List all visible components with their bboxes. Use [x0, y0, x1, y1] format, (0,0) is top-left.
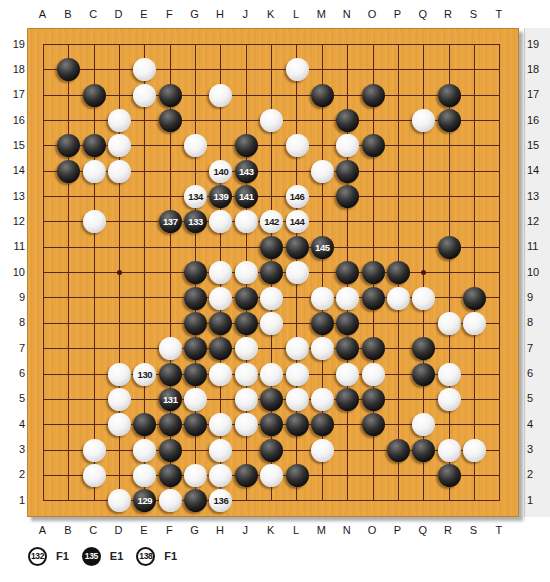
stone-black-M8	[311, 312, 334, 335]
stone-black-F6	[159, 363, 182, 386]
stone-white-S3	[463, 439, 486, 462]
column-label-bottom-H: H	[210, 522, 230, 538]
stone-black-G9	[184, 287, 207, 310]
stone-white-H3	[209, 439, 232, 462]
stone-white-F7	[159, 337, 182, 360]
row-label-left-12: 12	[1, 213, 25, 229]
row-label-right-10: 10	[527, 264, 550, 280]
row-label-right-13: 13	[527, 188, 550, 204]
column-label-bottom-E: E	[134, 522, 154, 538]
row-label-left-13: 13	[1, 188, 25, 204]
caption-coord-138: F1	[164, 550, 177, 562]
column-label-bottom-R: R	[438, 522, 458, 538]
stone-white-R8	[438, 312, 461, 335]
stone-black-G1	[184, 489, 207, 512]
stone-white-L15	[286, 134, 309, 157]
stone-black-K11	[260, 236, 283, 259]
stone-white-L12: 144	[286, 210, 309, 233]
stone-black-N14	[336, 160, 359, 183]
row-label-left-16: 16	[1, 112, 25, 128]
stone-white-N9	[336, 287, 359, 310]
column-label-bottom-B: B	[58, 522, 78, 538]
column-label-top-K: K	[261, 6, 281, 22]
caption-coord-132: F1	[56, 550, 69, 562]
stone-white-H17	[209, 84, 232, 107]
row-label-right-14: 14	[527, 162, 550, 178]
column-label-top-F: F	[159, 6, 179, 22]
column-label-bottom-K: K	[261, 522, 281, 538]
stone-black-J14: 143	[235, 160, 258, 183]
row-label-left-14: 14	[1, 162, 25, 178]
stone-white-E17	[133, 84, 156, 107]
row-label-right-7: 7	[527, 340, 550, 356]
column-label-top-O: O	[362, 6, 382, 22]
column-label-top-E: E	[134, 6, 154, 22]
stone-black-F17	[159, 84, 182, 107]
stone-white-K6	[260, 363, 283, 386]
row-label-left-18: 18	[1, 61, 25, 77]
stone-black-J8	[235, 312, 258, 335]
row-label-left-9: 9	[1, 289, 25, 305]
stone-white-E6: 130	[133, 363, 156, 386]
column-label-top-G: G	[185, 6, 205, 22]
caption-stone-135: 135	[82, 547, 101, 566]
row-label-left-3: 3	[1, 441, 25, 457]
column-label-top-D: D	[109, 6, 129, 22]
stone-white-J10	[235, 261, 258, 284]
stone-black-L11	[286, 236, 309, 259]
stone-white-J6	[235, 363, 258, 386]
stone-black-B14	[57, 160, 80, 183]
stone-white-L10	[286, 261, 309, 284]
stone-black-L4	[286, 413, 309, 436]
stone-white-H1: 136	[209, 489, 232, 512]
stone-white-G5	[184, 388, 207, 411]
stone-white-R3	[438, 439, 461, 462]
stone-black-O15	[362, 134, 385, 157]
stone-white-R5	[438, 388, 461, 411]
column-label-top-C: C	[83, 6, 103, 22]
go-board[interactable]: 1401431341391411461371331421441451301311…	[27, 28, 519, 517]
stone-white-C12	[83, 210, 106, 233]
stone-white-D1	[108, 489, 131, 512]
column-label-bottom-C: C	[83, 522, 103, 538]
column-label-bottom-N: N	[337, 522, 357, 538]
column-label-bottom-J: J	[235, 522, 255, 538]
row-label-left-7: 7	[1, 340, 25, 356]
column-label-top-J: J	[235, 6, 255, 22]
column-label-bottom-F: F	[159, 522, 179, 538]
row-label-left-11: 11	[1, 238, 25, 254]
stone-black-G6	[184, 363, 207, 386]
stone-black-R16	[438, 109, 461, 132]
stone-white-C2	[83, 464, 106, 487]
stone-white-F1	[159, 489, 182, 512]
stone-white-M3	[311, 439, 334, 462]
stone-white-Q9	[412, 287, 435, 310]
column-label-top-P: P	[387, 6, 407, 22]
stone-black-P3	[387, 439, 410, 462]
column-label-bottom-O: O	[362, 522, 382, 538]
row-label-right-17: 17	[527, 86, 550, 102]
stone-white-R6	[438, 363, 461, 386]
column-label-top-L: L	[286, 6, 306, 22]
caption-coord-135: E1	[110, 550, 123, 562]
row-label-left-4: 4	[1, 416, 25, 432]
row-label-left-1: 1	[1, 492, 25, 508]
column-label-bottom-L: L	[286, 522, 306, 538]
column-label-top-Q: Q	[413, 6, 433, 22]
column-label-bottom-M: M	[311, 522, 331, 538]
row-label-right-11: 11	[527, 238, 550, 254]
stone-black-C17	[83, 84, 106, 107]
row-label-right-8: 8	[527, 314, 550, 330]
stone-black-L2	[286, 464, 309, 487]
row-label-right-12: 12	[527, 213, 550, 229]
stone-black-F3	[159, 439, 182, 462]
column-label-bottom-G: G	[185, 522, 205, 538]
stone-white-L18	[286, 58, 309, 81]
row-label-left-15: 15	[1, 137, 25, 153]
row-label-right-1: 1	[527, 492, 550, 508]
row-label-right-3: 3	[527, 441, 550, 457]
stone-black-P10	[387, 261, 410, 284]
stone-black-M17	[311, 84, 334, 107]
column-label-bottom-P: P	[387, 522, 407, 538]
stone-black-F4	[159, 413, 182, 436]
stone-white-H6	[209, 363, 232, 386]
stone-black-K5	[260, 388, 283, 411]
stone-white-L6	[286, 363, 309, 386]
column-label-top-H: H	[210, 6, 230, 22]
stone-white-S8	[463, 312, 486, 335]
column-label-top-S: S	[463, 6, 483, 22]
row-label-left-10: 10	[1, 264, 25, 280]
stone-black-E1: 129	[133, 489, 156, 512]
stone-white-M14	[311, 160, 334, 183]
stone-black-O10	[362, 261, 385, 284]
column-label-bottom-A: A	[33, 522, 53, 538]
row-label-right-19: 19	[527, 36, 550, 52]
stone-black-J9	[235, 287, 258, 310]
stone-black-J2	[235, 464, 258, 487]
row-label-right-4: 4	[527, 416, 550, 432]
stone-black-R17	[438, 84, 461, 107]
stone-white-K9	[260, 287, 283, 310]
stone-white-D14	[108, 160, 131, 183]
stone-black-O7	[362, 337, 385, 360]
row-label-right-2: 2	[527, 466, 550, 482]
stone-black-O17	[362, 84, 385, 107]
stone-white-P9	[387, 287, 410, 310]
stone-black-M11: 145	[311, 236, 334, 259]
column-label-bottom-Q: Q	[413, 522, 433, 538]
stone-black-K3	[260, 439, 283, 462]
stone-black-G8	[184, 312, 207, 335]
column-label-top-T: T	[489, 6, 509, 22]
stone-white-O6	[362, 363, 385, 386]
stone-black-O4	[362, 413, 385, 436]
stone-black-M4	[311, 413, 334, 436]
column-label-bottom-S: S	[463, 522, 483, 538]
column-label-top-M: M	[311, 6, 331, 22]
stone-white-E3	[133, 439, 156, 462]
column-label-top-B: B	[58, 6, 78, 22]
stone-black-N5	[336, 388, 359, 411]
caption-stone-138: 138	[136, 547, 155, 566]
move-caption: 132F1135E1138F1	[28, 545, 181, 567]
stone-white-K8	[260, 312, 283, 335]
go-diagram: 1401431341391411461371331421441451301311…	[0, 0, 550, 582]
row-label-left-8: 8	[1, 314, 25, 330]
row-label-left-17: 17	[1, 86, 25, 102]
row-label-left-6: 6	[1, 365, 25, 381]
stone-black-N8	[336, 312, 359, 335]
stone-black-J13: 141	[235, 185, 258, 208]
stone-white-G2	[184, 464, 207, 487]
stone-white-K2	[260, 464, 283, 487]
stone-white-D16	[108, 109, 131, 132]
column-label-top-R: R	[438, 6, 458, 22]
row-label-right-9: 9	[527, 289, 550, 305]
column-label-top-A: A	[33, 6, 53, 22]
row-label-right-18: 18	[527, 61, 550, 77]
row-label-left-2: 2	[1, 466, 25, 482]
row-label-right-16: 16	[527, 112, 550, 128]
column-label-bottom-D: D	[109, 522, 129, 538]
row-label-right-15: 15	[527, 137, 550, 153]
stone-white-C14	[83, 160, 106, 183]
stone-white-H9	[209, 287, 232, 310]
stone-white-M9	[311, 287, 334, 310]
stone-white-J5	[235, 388, 258, 411]
stone-white-L13: 146	[286, 185, 309, 208]
stone-black-C15	[83, 134, 106, 157]
stone-white-D5	[108, 388, 131, 411]
stone-black-R11	[438, 236, 461, 259]
stone-white-J4	[235, 413, 258, 436]
stone-black-O9	[362, 287, 385, 310]
stone-white-M7	[311, 337, 334, 360]
stone-white-C3	[83, 439, 106, 462]
row-label-left-5: 5	[1, 390, 25, 406]
row-label-left-19: 19	[1, 36, 25, 52]
stone-black-Q3	[412, 439, 435, 462]
stone-white-N6	[336, 363, 359, 386]
stone-black-Q6	[412, 363, 435, 386]
stone-black-F16	[159, 109, 182, 132]
stone-white-L5	[286, 388, 309, 411]
stone-white-M5	[311, 388, 334, 411]
stone-black-R2	[438, 464, 461, 487]
stone-white-D6	[108, 363, 131, 386]
stone-white-J7	[235, 337, 258, 360]
stone-black-O5	[362, 388, 385, 411]
column-label-top-N: N	[337, 6, 357, 22]
stone-black-S9	[463, 287, 486, 310]
caption-stone-132: 132	[28, 547, 47, 566]
stone-black-F2	[159, 464, 182, 487]
stone-black-F5: 131	[159, 388, 182, 411]
row-label-right-6: 6	[527, 365, 550, 381]
column-label-bottom-T: T	[489, 522, 509, 538]
stone-white-L7	[286, 337, 309, 360]
row-label-right-5: 5	[527, 390, 550, 406]
